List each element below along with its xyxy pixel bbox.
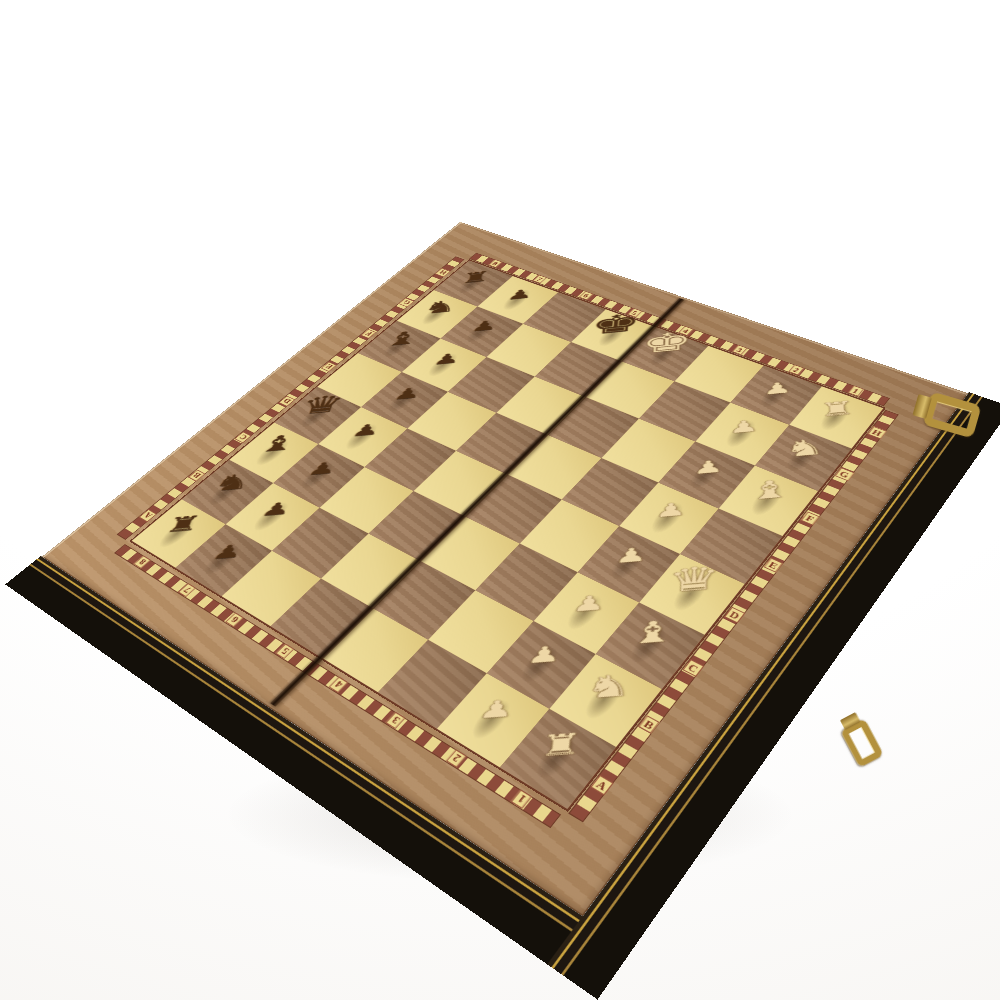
- brass-clasp-lower: [840, 718, 884, 768]
- square-d2: [578, 526, 680, 602]
- product-photo-scene: AA88BB77CC66DD55EE44FF33GG22HH11 ♜♞♝♛♝♞♜…: [0, 0, 1000, 1000]
- pieces-layer: ♜♞♝♛♝♞♜♟♟♟♟♟♟♟♟♚♚♟♟♟♟♟♟♟♟♜♞♝♛♝♞♜: [42, 222, 460, 557]
- board-frame: AA88BB77CC66DD55EE44FF33GG22HH11 ♜♞♝♛♝♞♜…: [42, 222, 968, 916]
- chess-board: AA88BB77CC66DD55EE44FF33GG22HH11 ♜♞♝♛♝♞♜…: [42, 222, 968, 916]
- square-e2: [619, 483, 718, 555]
